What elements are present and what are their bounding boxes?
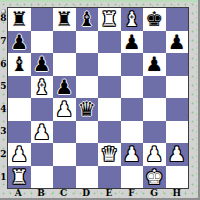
square-a1[interactable]: ♜ [8,166,31,189]
piece-white-rook[interactable]: ♜ [100,8,118,30]
square-f6[interactable] [121,53,144,76]
rank-label-2: 2 [0,143,7,166]
square-d1[interactable] [76,166,99,189]
square-a2[interactable]: ♟ [8,143,31,166]
piece-white-bishop[interactable]: ♝ [123,8,141,30]
file-label-a: A [7,188,30,198]
square-b3[interactable]: ♟ [31,121,54,144]
square-c2[interactable] [53,143,76,166]
piece-white-pawn[interactable]: ♟ [55,98,73,120]
square-h4[interactable] [166,98,189,121]
square-f4[interactable] [121,98,144,121]
piece-black-pawn[interactable]: ♟ [55,76,73,98]
rank-label-1: 1 [0,165,7,188]
square-h1[interactable] [166,166,189,189]
square-d6[interactable] [76,53,99,76]
piece-white-pawn[interactable]: ♟ [145,143,163,165]
square-e2[interactable]: ♛ [98,143,121,166]
piece-white-queen[interactable]: ♛ [100,143,118,165]
piece-black-bishop[interactable]: ♝ [10,53,28,75]
square-c1[interactable] [53,166,76,189]
square-h2[interactable]: ♟ [166,143,189,166]
rank-label-4: 4 [0,98,7,121]
piece-white-king[interactable]: ♚ [145,166,163,188]
square-h6[interactable] [166,53,189,76]
square-f2[interactable]: ♟ [121,143,144,166]
square-a8[interactable]: ♜ [8,8,31,31]
rank-label-8: 8 [0,7,7,30]
square-b5[interactable]: ♝ [31,76,54,99]
piece-black-king[interactable]: ♚ [145,8,163,30]
square-a7[interactable]: ♟ [8,31,31,54]
square-f7[interactable]: ♟ [121,31,144,54]
file-label-c: C [52,188,75,198]
file-label-b: B [30,188,53,198]
square-e4[interactable] [98,98,121,121]
piece-black-queen[interactable]: ♛ [78,98,96,120]
file-label-f: F [120,188,143,198]
piece-white-pawn[interactable]: ♟ [168,143,186,165]
square-b2[interactable] [31,143,54,166]
square-a5[interactable] [8,76,31,99]
rank-label-7: 7 [0,30,7,53]
square-f5[interactable] [121,76,144,99]
square-d2[interactable] [76,143,99,166]
square-h8[interactable] [166,8,189,31]
piece-black-rook[interactable]: ♜ [55,8,73,30]
piece-white-bishop[interactable]: ♝ [33,76,51,98]
square-f1[interactable] [121,166,144,189]
square-c8[interactable]: ♜ [53,8,76,31]
square-a4[interactable] [8,98,31,121]
square-f3[interactable] [121,121,144,144]
square-c7[interactable] [53,31,76,54]
square-g8[interactable]: ♚ [143,8,166,31]
frame-top-highlight [0,0,200,2]
piece-black-bishop[interactable]: ♝ [78,8,96,30]
square-b4[interactable] [31,98,54,121]
square-d8[interactable]: ♝ [76,8,99,31]
square-c5[interactable]: ♟ [53,76,76,99]
square-g6[interactable]: ♟ [143,53,166,76]
piece-black-pawn[interactable]: ♟ [145,53,163,75]
square-e3[interactable] [98,121,121,144]
square-f8[interactable]: ♝ [121,8,144,31]
piece-black-pawn[interactable]: ♟ [10,31,28,53]
board-grid: ♜♜♝♜♝♚♟♟♟♝♟♟♝♟♟♛♟♟♛♟♟♟♜♚ [7,7,189,189]
piece-black-rook[interactable]: ♜ [10,8,28,30]
file-labels: ABCDEFGH [7,188,188,198]
file-label-h: H [165,188,188,198]
square-g7[interactable] [143,31,166,54]
chessboard-window: 87654321 ABCDEFGH ♜♜♝♜♝♚♟♟♟♝♟♟♝♟♟♛♟♟♛♟♟♟… [0,0,200,200]
piece-white-pawn[interactable]: ♟ [33,121,51,143]
square-a3[interactable] [8,121,31,144]
rank-label-6: 6 [0,52,7,75]
square-e6[interactable] [98,53,121,76]
square-e1[interactable] [98,166,121,189]
square-b8[interactable] [31,8,54,31]
piece-black-pawn[interactable]: ♟ [168,31,186,53]
rank-label-3: 3 [0,120,7,143]
square-g1[interactable]: ♚ [143,166,166,189]
square-e5[interactable] [98,76,121,99]
square-a6[interactable]: ♝ [8,53,31,76]
square-b1[interactable] [31,166,54,189]
square-d3[interactable] [76,121,99,144]
square-b6[interactable]: ♟ [31,53,54,76]
file-label-d: D [75,188,98,198]
piece-white-pawn[interactable]: ♟ [123,143,141,165]
square-h7[interactable]: ♟ [166,31,189,54]
square-g5[interactable] [143,76,166,99]
square-c3[interactable] [53,121,76,144]
square-c4[interactable]: ♟ [53,98,76,121]
square-g2[interactable]: ♟ [143,143,166,166]
square-h3[interactable] [166,121,189,144]
square-d5[interactable] [76,76,99,99]
square-e7[interactable] [98,31,121,54]
square-h5[interactable] [166,76,189,99]
piece-black-pawn[interactable]: ♟ [123,31,141,53]
file-label-e: E [98,188,121,198]
square-c6[interactable] [53,53,76,76]
square-d7[interactable] [76,31,99,54]
piece-black-pawn[interactable]: ♟ [33,53,51,75]
piece-white-rook[interactable]: ♜ [10,166,28,188]
file-label-g: G [143,188,166,198]
rank-label-5: 5 [0,75,7,98]
square-e8[interactable]: ♜ [98,8,121,31]
square-g4[interactable] [143,98,166,121]
rank-labels: 87654321 [0,7,7,188]
square-g3[interactable] [143,121,166,144]
square-d4[interactable]: ♛ [76,98,99,121]
square-b7[interactable] [31,31,54,54]
piece-white-pawn[interactable]: ♟ [10,143,28,165]
